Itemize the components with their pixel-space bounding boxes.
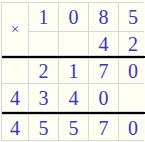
grid-cell-partial1-digit: 2 <box>29 59 58 83</box>
grid-cell-multiplicand-hundreds: 0 <box>59 3 88 31</box>
multiply-operator: × <box>2 3 28 55</box>
grid-cell-partial2-digit: 4 <box>59 84 88 111</box>
grid-cell-product-digit: 7 <box>89 115 118 140</box>
grid-cell-product-digit: 0 <box>119 115 145 140</box>
grid-cell-product-digit: 4 <box>2 115 28 140</box>
grid-cell-empty <box>2 59 28 83</box>
grid-cell-multiplicand-thousands: 1 <box>29 3 58 31</box>
multiplication-rule-line <box>2 56 145 58</box>
grid-cell-multiplier-tens: 4 <box>89 32 118 55</box>
sum-rule-line <box>2 112 145 114</box>
grid-cell-empty <box>119 84 145 111</box>
grid-cell-product-digit: 5 <box>29 115 58 140</box>
multiplication-grid: × 1 0 8 5 4 2 2 1 7 0 4 3 4 0 4 5 5 7 0 <box>1 2 144 141</box>
grid-cell-empty <box>59 32 88 55</box>
grid-cell-partial1-digit: 1 <box>59 59 88 83</box>
grid-cell-partial1-digit: 0 <box>119 59 145 83</box>
grid-cell-multiplier-ones: 2 <box>119 32 145 55</box>
grid-cell-empty <box>29 32 58 55</box>
grid-cell-multiplicand-tens: 8 <box>89 3 118 31</box>
grid-cell-product-digit: 5 <box>59 115 88 140</box>
grid-cell-partial2-digit: 3 <box>29 84 58 111</box>
grid-cell-partial2-digit: 4 <box>2 84 28 111</box>
grid-cell-multiplicand-ones: 5 <box>119 3 145 31</box>
grid-cell-partial1-digit: 7 <box>89 59 118 83</box>
grid-cell-partial2-digit: 0 <box>89 84 118 111</box>
